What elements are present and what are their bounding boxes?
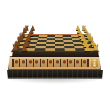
tray-slot: [41, 59, 47, 67]
tray-slot: [82, 59, 88, 67]
tray-slot: [75, 59, 81, 67]
brass-latch: [91, 59, 98, 67]
tray-slot: [68, 59, 74, 67]
latch-dot: [93, 64, 96, 67]
stored-piece: [63, 60, 66, 63]
board-square[interactable]: [45, 48, 55, 50]
chess-set-photo: ♜♟♞♟♝♟♛♟♚♟♝♟♞♟♜♟♜♟♞♟♝♟♛♟♚♟♝♟♞♟♜♟: [0, 0, 110, 110]
tray-slot: [27, 59, 33, 67]
stored-piece: [49, 60, 52, 63]
chess-piece-white-r[interactable]: ♜: [91, 43, 99, 52]
stored-piece: [83, 60, 86, 63]
board-square[interactable]: [35, 48, 45, 50]
board-square[interactable]: [55, 48, 65, 50]
piece-tray: [8, 56, 101, 70]
tray-slot: [61, 59, 67, 67]
chess-piece-black-r[interactable]: ♜: [11, 43, 19, 52]
tray-slot: [20, 59, 26, 67]
stored-piece: [76, 60, 79, 63]
stored-piece: [22, 60, 25, 63]
tray-slot: [48, 59, 54, 67]
stored-piece: [29, 60, 32, 63]
stored-piece: [15, 60, 18, 63]
tray-slot: [54, 59, 60, 67]
stored-piece: [56, 60, 59, 63]
drawer-front[interactable]: [7, 70, 103, 79]
stored-piece: [35, 60, 38, 63]
stored-piece: [69, 60, 72, 63]
stored-piece: [42, 60, 45, 63]
chess-piece-black-p[interactable]: ♟: [20, 43, 28, 52]
tray-slot: [14, 59, 20, 67]
tray-slot: [34, 59, 40, 67]
tray-slots: [12, 59, 89, 67]
chess-piece-white-p[interactable]: ♟: [83, 43, 91, 52]
